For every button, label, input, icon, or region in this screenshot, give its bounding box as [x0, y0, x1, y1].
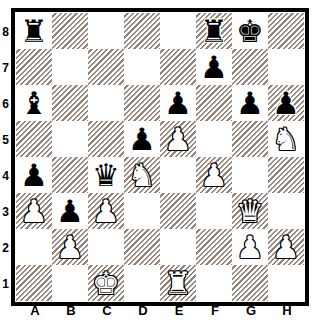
square-a8[interactable]: ♜: [16, 13, 52, 49]
square-g7[interactable]: [232, 49, 268, 85]
file-label-g: G: [233, 303, 269, 319]
square-f4[interactable]: ♟: [196, 157, 232, 193]
square-d2[interactable]: [124, 229, 160, 265]
white-pawn-e5: ♟: [164, 121, 192, 157]
square-g1[interactable]: [232, 265, 268, 301]
square-e5[interactable]: ♟: [160, 121, 196, 157]
square-d3[interactable]: [124, 193, 160, 229]
file-label-h: H: [269, 303, 305, 319]
black-pawn-e6: ♟: [164, 85, 192, 121]
square-c3[interactable]: ♟: [88, 193, 124, 229]
black-pawn-h6: ♟: [272, 85, 300, 121]
square-d1[interactable]: [124, 265, 160, 301]
square-h2[interactable]: ♟: [268, 229, 304, 265]
square-h8[interactable]: [268, 13, 304, 49]
square-b5[interactable]: [52, 121, 88, 157]
square-e3[interactable]: [160, 193, 196, 229]
rank-labels: 87654321: [0, 14, 11, 302]
rank-label-6: 6: [0, 86, 11, 122]
square-g4[interactable]: [232, 157, 268, 193]
square-h3[interactable]: [268, 193, 304, 229]
square-f3[interactable]: [196, 193, 232, 229]
square-d4[interactable]: ♞: [124, 157, 160, 193]
square-g2[interactable]: ♟: [232, 229, 268, 265]
square-f8[interactable]: ♜: [196, 13, 232, 49]
square-c4[interactable]: ♛: [88, 157, 124, 193]
white-pawn-a3: ♟: [20, 193, 48, 229]
white-pawn-b2: ♟: [56, 229, 84, 265]
square-g8[interactable]: ♚: [232, 13, 268, 49]
square-g6[interactable]: ♟: [232, 85, 268, 121]
square-h7[interactable]: [268, 49, 304, 85]
rank-label-5: 5: [0, 122, 11, 158]
chess-diagram: 87654321 ♜♜♚♟♝♟♟♟♟♟♞♟♛♞♟♟♟♟♛♟♟♟♚♜ ABCDEF…: [0, 0, 314, 320]
square-d5[interactable]: ♟: [124, 121, 160, 157]
rank-label-1: 1: [0, 266, 11, 302]
square-e1[interactable]: ♜: [160, 265, 196, 301]
square-g5[interactable]: [232, 121, 268, 157]
square-c2[interactable]: [88, 229, 124, 265]
square-a7[interactable]: [16, 49, 52, 85]
square-b8[interactable]: [52, 13, 88, 49]
black-rook-a8: ♜: [20, 13, 48, 49]
square-c7[interactable]: [88, 49, 124, 85]
white-pawn-c3: ♟: [92, 193, 120, 229]
black-pawn-a4: ♟: [20, 157, 48, 193]
file-label-b: B: [53, 303, 89, 319]
square-a5[interactable]: [16, 121, 52, 157]
white-knight-d4: ♞: [128, 157, 156, 193]
square-a4[interactable]: ♟: [16, 157, 52, 193]
rank-label-2: 2: [0, 230, 11, 266]
black-pawn-f7: ♟: [200, 49, 228, 85]
file-label-c: C: [89, 303, 125, 319]
white-rook-e1: ♜: [164, 265, 192, 301]
square-g3[interactable]: ♛: [232, 193, 268, 229]
rank-label-8: 8: [0, 14, 11, 50]
white-pawn-g2: ♟: [236, 229, 264, 265]
black-bishop-a6: ♝: [20, 85, 48, 121]
black-rook-f8: ♜: [200, 13, 228, 49]
black-pawn-g6: ♟: [236, 85, 264, 121]
square-c8[interactable]: [88, 13, 124, 49]
file-labels: ABCDEFGH: [17, 303, 305, 319]
square-d7[interactable]: [124, 49, 160, 85]
black-queen-c4: ♛: [92, 157, 120, 193]
file-label-e: E: [161, 303, 197, 319]
square-b7[interactable]: [52, 49, 88, 85]
board-frame: ♜♜♚♟♝♟♟♟♟♟♞♟♛♞♟♟♟♟♛♟♟♟♚♜: [12, 9, 308, 305]
square-d6[interactable]: [124, 85, 160, 121]
chess-board: ♜♜♚♟♝♟♟♟♟♟♞♟♛♞♟♟♟♟♛♟♟♟♚♜: [16, 13, 304, 301]
square-b4[interactable]: [52, 157, 88, 193]
square-e8[interactable]: [160, 13, 196, 49]
square-b1[interactable]: [52, 265, 88, 301]
square-h5[interactable]: ♞: [268, 121, 304, 157]
square-d8[interactable]: [124, 13, 160, 49]
white-knight-h5: ♞: [272, 121, 300, 157]
rank-label-3: 3: [0, 194, 11, 230]
white-pawn-h2: ♟: [272, 229, 300, 265]
square-e7[interactable]: [160, 49, 196, 85]
file-label-f: F: [197, 303, 233, 319]
square-a3[interactable]: ♟: [16, 193, 52, 229]
square-f6[interactable]: [196, 85, 232, 121]
square-f2[interactable]: [196, 229, 232, 265]
file-label-d: D: [125, 303, 161, 319]
square-b2[interactable]: ♟: [52, 229, 88, 265]
square-b6[interactable]: [52, 85, 88, 121]
rank-label-4: 4: [0, 158, 11, 194]
square-f7[interactable]: ♟: [196, 49, 232, 85]
square-a6[interactable]: ♝: [16, 85, 52, 121]
square-c5[interactable]: [88, 121, 124, 157]
black-pawn-b3: ♟: [56, 193, 84, 229]
file-label-a: A: [17, 303, 53, 319]
square-a2[interactable]: [16, 229, 52, 265]
white-queen-g3: ♛: [236, 193, 264, 229]
square-h1[interactable]: [268, 265, 304, 301]
white-king-c1: ♚: [92, 265, 120, 301]
square-e2[interactable]: [160, 229, 196, 265]
white-pawn-f4: ♟: [200, 157, 228, 193]
square-h6[interactable]: ♟: [268, 85, 304, 121]
square-f5[interactable]: [196, 121, 232, 157]
square-c1[interactable]: ♚: [88, 265, 124, 301]
rank-label-7: 7: [0, 50, 11, 86]
square-e4[interactable]: [160, 157, 196, 193]
square-f1[interactable]: [196, 265, 232, 301]
square-a1[interactable]: [16, 265, 52, 301]
square-e6[interactable]: ♟: [160, 85, 196, 121]
square-h4[interactable]: [268, 157, 304, 193]
black-king-g8: ♚: [236, 13, 264, 49]
square-c6[interactable]: [88, 85, 124, 121]
black-pawn-d5: ♟: [128, 121, 156, 157]
square-b3[interactable]: ♟: [52, 193, 88, 229]
